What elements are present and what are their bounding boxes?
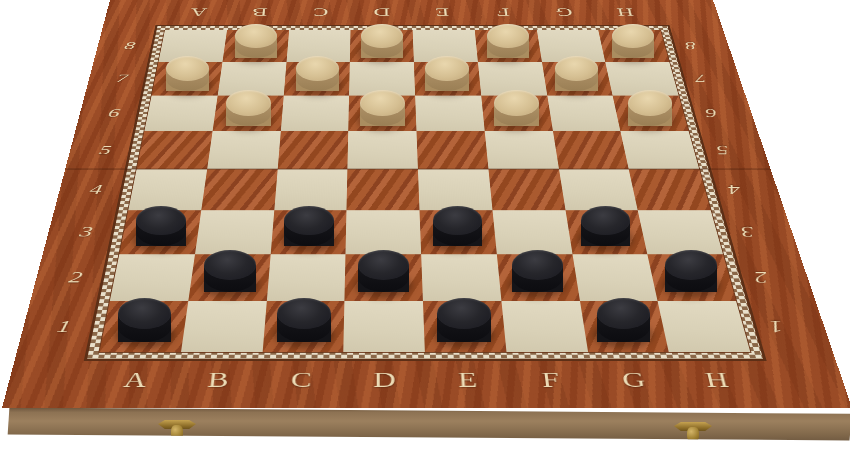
board-scene: ABCDEFGHABCDEFGH1234567812345678: [0, 0, 850, 450]
piece-light-d8[interactable]: [361, 24, 403, 58]
piece-dark-b2[interactable]: [204, 250, 256, 292]
piece-dark-d2[interactable]: [358, 250, 410, 292]
piece-dark-a1[interactable]: [118, 298, 172, 341]
piece-light-b8[interactable]: [235, 24, 277, 58]
piece-dark-f2[interactable]: [512, 250, 564, 292]
piece-dark-e3[interactable]: [433, 206, 483, 246]
piece-light-f6[interactable]: [494, 90, 539, 126]
piece-dark-g1[interactable]: [597, 298, 651, 341]
piece-light-a7[interactable]: [166, 56, 209, 91]
piece-light-b6[interactable]: [226, 90, 271, 126]
piece-dark-c3[interactable]: [284, 206, 334, 246]
piece-light-c7[interactable]: [296, 56, 339, 91]
pieces-layer: [0, 0, 850, 450]
piece-light-g7[interactable]: [555, 56, 598, 91]
piece-dark-a3[interactable]: [136, 206, 186, 246]
piece-dark-e1[interactable]: [437, 298, 491, 341]
piece-dark-h2[interactable]: [665, 250, 717, 292]
piece-light-h8[interactable]: [612, 24, 654, 58]
piece-light-f8[interactable]: [487, 24, 529, 58]
piece-light-h6[interactable]: [628, 90, 673, 126]
piece-light-d6[interactable]: [360, 90, 405, 126]
piece-dark-c1[interactable]: [277, 298, 331, 341]
piece-dark-g3[interactable]: [581, 206, 631, 246]
piece-light-e7[interactable]: [425, 56, 468, 91]
